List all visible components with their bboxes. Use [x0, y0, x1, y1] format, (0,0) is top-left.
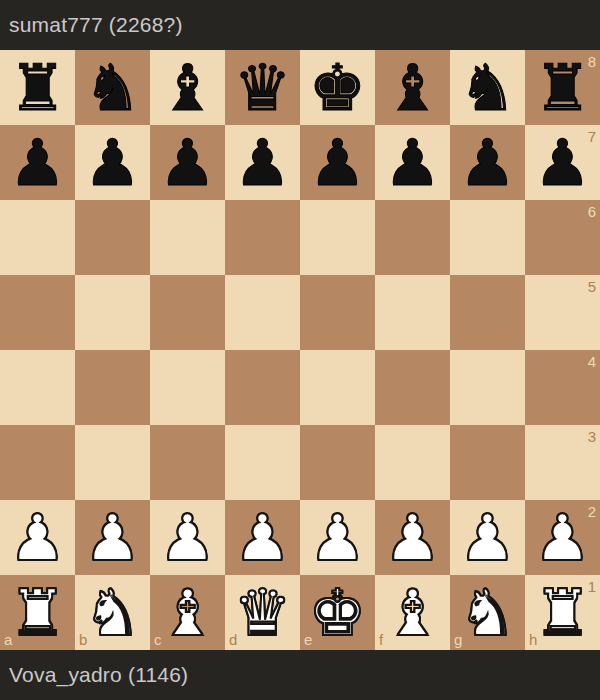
piece-white-pawn[interactable]: ♟: [300, 500, 375, 575]
square-f3[interactable]: [375, 425, 450, 500]
piece-white-knight[interactable]: ♞: [450, 575, 525, 650]
player-bar: Vova_yadro (1146): [0, 650, 600, 700]
square-d1[interactable]: ♛d: [225, 575, 300, 650]
square-e3[interactable]: [300, 425, 375, 500]
piece-black-pawn[interactable]: ♟: [525, 125, 600, 200]
square-h4[interactable]: 4: [525, 350, 600, 425]
piece-black-pawn[interactable]: ♟: [375, 125, 450, 200]
square-b5[interactable]: [75, 275, 150, 350]
square-h7[interactable]: ♟7: [525, 125, 600, 200]
square-a5[interactable]: [0, 275, 75, 350]
square-b1[interactable]: ♞b: [75, 575, 150, 650]
square-g1[interactable]: ♞g: [450, 575, 525, 650]
rank-label-4: 4: [588, 354, 596, 369]
piece-black-rook[interactable]: ♜: [525, 50, 600, 125]
square-e1[interactable]: ♚e: [300, 575, 375, 650]
chess-game-screen: sumat777 (2268?) ♜♞♝♛♚♝♞♜8♟♟♟♟♟♟♟♟76543♟…: [0, 0, 600, 700]
square-f6[interactable]: [375, 200, 450, 275]
square-g8[interactable]: ♞: [450, 50, 525, 125]
piece-white-knight[interactable]: ♞: [75, 575, 150, 650]
piece-white-pawn[interactable]: ♟: [450, 500, 525, 575]
square-f5[interactable]: [375, 275, 450, 350]
piece-black-pawn[interactable]: ♟: [75, 125, 150, 200]
square-d7[interactable]: ♟: [225, 125, 300, 200]
piece-white-pawn[interactable]: ♟: [375, 500, 450, 575]
square-h2[interactable]: ♟2: [525, 500, 600, 575]
piece-white-pawn[interactable]: ♟: [150, 500, 225, 575]
square-b6[interactable]: [75, 200, 150, 275]
square-f4[interactable]: [375, 350, 450, 425]
square-d8[interactable]: ♛: [225, 50, 300, 125]
player-name-rating: Vova_yadro (1146): [9, 663, 188, 687]
piece-white-bishop[interactable]: ♝: [375, 575, 450, 650]
piece-black-bishop[interactable]: ♝: [375, 50, 450, 125]
square-d4[interactable]: [225, 350, 300, 425]
piece-black-knight[interactable]: ♞: [75, 50, 150, 125]
piece-black-pawn[interactable]: ♟: [450, 125, 525, 200]
piece-black-rook[interactable]: ♜: [0, 50, 75, 125]
square-c7[interactable]: ♟: [150, 125, 225, 200]
square-c2[interactable]: ♟: [150, 500, 225, 575]
square-b2[interactable]: ♟: [75, 500, 150, 575]
rank-label-6: 6: [588, 204, 596, 219]
square-d3[interactable]: [225, 425, 300, 500]
square-h1[interactable]: ♜1h: [525, 575, 600, 650]
square-g4[interactable]: [450, 350, 525, 425]
square-g6[interactable]: [450, 200, 525, 275]
opponent-name-rating: sumat777 (2268?): [9, 13, 183, 37]
piece-white-rook[interactable]: ♜: [0, 575, 75, 650]
square-g5[interactable]: [450, 275, 525, 350]
square-e8[interactable]: ♚: [300, 50, 375, 125]
square-f1[interactable]: ♝f: [375, 575, 450, 650]
square-c4[interactable]: [150, 350, 225, 425]
piece-white-king[interactable]: ♚: [300, 575, 375, 650]
piece-black-pawn[interactable]: ♟: [300, 125, 375, 200]
square-a8[interactable]: ♜: [0, 50, 75, 125]
square-a4[interactable]: [0, 350, 75, 425]
square-f2[interactable]: ♟: [375, 500, 450, 575]
square-h5[interactable]: 5: [525, 275, 600, 350]
piece-black-pawn[interactable]: ♟: [150, 125, 225, 200]
square-e4[interactable]: [300, 350, 375, 425]
opponent-bar: sumat777 (2268?): [0, 0, 600, 50]
square-a1[interactable]: ♜a: [0, 575, 75, 650]
square-a2[interactable]: ♟: [0, 500, 75, 575]
square-c1[interactable]: ♝c: [150, 575, 225, 650]
square-b7[interactable]: ♟: [75, 125, 150, 200]
square-h3[interactable]: 3: [525, 425, 600, 500]
square-e6[interactable]: [300, 200, 375, 275]
piece-black-pawn[interactable]: ♟: [225, 125, 300, 200]
piece-white-queen[interactable]: ♛: [225, 575, 300, 650]
square-f8[interactable]: ♝: [375, 50, 450, 125]
square-c3[interactable]: [150, 425, 225, 500]
square-b3[interactable]: [75, 425, 150, 500]
piece-black-bishop[interactable]: ♝: [150, 50, 225, 125]
piece-white-bishop[interactable]: ♝: [150, 575, 225, 650]
piece-black-pawn[interactable]: ♟: [0, 125, 75, 200]
square-h8[interactable]: ♜8: [525, 50, 600, 125]
piece-white-pawn[interactable]: ♟: [525, 500, 600, 575]
square-g3[interactable]: [450, 425, 525, 500]
rank-label-5: 5: [588, 279, 596, 294]
square-b8[interactable]: ♞: [75, 50, 150, 125]
square-a6[interactable]: [0, 200, 75, 275]
rank-label-3: 3: [588, 429, 596, 444]
piece-black-king[interactable]: ♚: [300, 50, 375, 125]
square-h6[interactable]: 6: [525, 200, 600, 275]
square-g2[interactable]: ♟: [450, 500, 525, 575]
square-c5[interactable]: [150, 275, 225, 350]
square-e2[interactable]: ♟: [300, 500, 375, 575]
piece-white-rook[interactable]: ♜: [525, 575, 600, 650]
square-d5[interactable]: [225, 275, 300, 350]
square-g7[interactable]: ♟: [450, 125, 525, 200]
square-e5[interactable]: [300, 275, 375, 350]
square-c8[interactable]: ♝: [150, 50, 225, 125]
chess-board[interactable]: ♜♞♝♛♚♝♞♜8♟♟♟♟♟♟♟♟76543♟♟♟♟♟♟♟♟2♜a♞b♝c♛d♚…: [0, 50, 600, 650]
piece-white-pawn[interactable]: ♟: [225, 500, 300, 575]
square-c6[interactable]: [150, 200, 225, 275]
square-d6[interactable]: [225, 200, 300, 275]
square-f7[interactable]: ♟: [375, 125, 450, 200]
piece-black-knight[interactable]: ♞: [450, 50, 525, 125]
square-b4[interactable]: [75, 350, 150, 425]
piece-white-pawn[interactable]: ♟: [0, 500, 75, 575]
square-e7[interactable]: ♟: [300, 125, 375, 200]
square-a3[interactable]: [0, 425, 75, 500]
piece-black-queen[interactable]: ♛: [225, 50, 300, 125]
square-a7[interactable]: ♟: [0, 125, 75, 200]
square-d2[interactable]: ♟: [225, 500, 300, 575]
piece-white-pawn[interactable]: ♟: [75, 500, 150, 575]
